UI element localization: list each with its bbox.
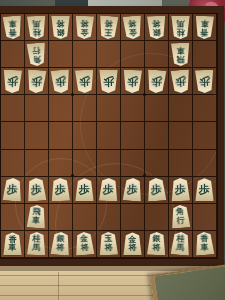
cell-r3c1[interactable]: 歩 [1,68,25,95]
photo-stage: 香車桂馬銀将金将王将金将銀将桂馬香車角行飛車歩歩歩歩歩歩歩歩歩歩歩歩歩歩歩歩歩歩… [0,0,225,300]
piece-kanji: 車 [32,217,41,226]
cell-r8c3[interactable] [49,204,73,231]
piece-kanji: 馬 [176,244,185,253]
cell-r4c4[interactable] [73,95,97,122]
piece-far-銀将[interactable]: 銀将 [147,15,167,39]
cell-r2c7[interactable] [145,41,169,68]
cell-r9c1[interactable]: 香車 [1,231,25,258]
piece-kanji: 歩 [31,184,43,196]
piece-kanji: 歩 [199,75,210,87]
cell-r6c2[interactable] [25,150,49,177]
cell-r7c2[interactable]: 歩 [25,177,49,204]
piece-far-歩[interactable]: 歩 [50,69,71,93]
shogi-board-surface: 香車桂馬銀将金将王将金将銀将桂馬香車角行飛車歩歩歩歩歩歩歩歩歩歩歩歩歩歩歩歩歩歩… [0,13,218,259]
piece-near-歩[interactable]: 歩 [75,178,94,201]
piece-kanji: 歩 [31,75,43,87]
cell-r5c3[interactable] [49,122,73,149]
cell-r6c8[interactable] [169,150,193,177]
cell-r6c1[interactable] [1,150,25,177]
piece-kanji: 金 [80,27,88,35]
piece-far-歩[interactable]: 歩 [99,70,118,93]
cell-r9c3[interactable]: 銀将 [49,231,73,258]
cell-r9c2[interactable]: 桂馬 [25,231,49,258]
piece-near-金将[interactable]: 金将 [74,232,95,256]
piece-kanji: 銀 [153,27,161,35]
piece-kanji: 将 [56,244,65,253]
piece-kanji: 歩 [79,184,90,195]
piece-far-王将[interactable]: 王将 [98,15,119,39]
piece-near-歩[interactable]: 歩 [51,178,71,202]
piece-kanji: 歩 [55,184,66,196]
piece-kanji: 将 [81,19,89,27]
piece-near-歩[interactable]: 歩 [99,178,119,202]
cell-r4c5[interactable] [97,95,121,122]
piece-near-角行[interactable]: 角行 [170,205,191,229]
cell-r6c4[interactable] [73,150,97,177]
cell-r8c4[interactable] [73,204,97,231]
piece-kanji: 車 [201,19,209,27]
cell-r6c3[interactable] [49,150,73,177]
cell-r6c6[interactable] [121,150,145,177]
cell-r7c9[interactable]: 歩 [193,177,217,204]
cell-r4c3[interactable] [49,95,73,122]
cell-r6c5[interactable] [97,150,121,177]
piece-kanji: 桂 [177,27,185,35]
piece-kanji: 歩 [127,184,139,196]
piece-far-歩[interactable]: 歩 [3,69,23,93]
piece-near-歩[interactable]: 歩 [2,178,23,202]
cell-r2c8[interactable]: 飛車 [169,41,193,68]
piece-far-桂馬[interactable]: 桂馬 [171,16,190,39]
piece-kanji: 香 [200,27,208,35]
piece-kanji: 歩 [55,75,67,87]
piece-far-飛車[interactable]: 飛車 [171,42,191,66]
piece-kanji: 歩 [151,75,163,87]
cell-r8c9[interactable] [193,204,217,231]
cell-r9c9[interactable]: 香車 [193,231,217,258]
piece-near-桂馬[interactable]: 桂馬 [27,232,47,256]
piece-kanji: 将 [128,19,137,28]
piece-kanji: 歩 [151,184,163,196]
piece-near-銀将[interactable]: 銀将 [147,232,167,256]
piece-kanji: 歩 [199,184,210,195]
piece-kanji: 歩 [103,184,114,196]
cell-r2c6[interactable] [121,41,145,68]
piece-far-歩[interactable]: 歩 [170,69,191,93]
cell-r7c4[interactable]: 歩 [73,177,97,204]
cell-r4c9[interactable] [193,95,217,122]
hoshi-dot [143,93,146,96]
cell-r8c7[interactable] [145,204,169,231]
cell-r5c5[interactable] [97,122,121,149]
cell-r7c8[interactable]: 歩 [169,177,193,204]
piece-near-香車[interactable]: 香車 [194,232,215,256]
cell-r8c5[interactable] [97,204,121,231]
cell-r8c6[interactable] [121,204,145,231]
piece-kanji: 車 [201,244,210,253]
cell-r9c7[interactable]: 銀将 [145,231,169,258]
cell-r5c6[interactable] [121,122,145,149]
cell-r8c1[interactable] [1,204,25,231]
piece-kanji: 行 [32,46,41,55]
cell-r5c7[interactable] [145,122,169,149]
cell-r2c3[interactable] [49,41,73,68]
piece-kanji: 歩 [175,75,187,87]
piece-near-玉将[interactable]: 玉将 [99,232,119,256]
cell-r5c1[interactable] [1,122,25,149]
cell-r5c2[interactable] [25,122,49,149]
cell-r7c6[interactable]: 歩 [121,177,145,204]
cell-r1c2[interactable]: 桂馬 [25,14,49,41]
piece-kanji: 将 [105,244,113,252]
cell-r6c9[interactable] [193,150,217,177]
piece-kanji: 歩 [79,75,90,87]
piece-kanji: 車 [8,19,17,28]
cell-r4c8[interactable] [169,95,193,122]
cell-r1c1[interactable]: 香車 [1,14,25,41]
cell-r2c1[interactable] [1,41,25,68]
cell-r3c2[interactable]: 歩 [25,68,49,95]
piece-far-香車[interactable]: 香車 [195,15,215,39]
piece-kanji: 馬 [177,19,185,27]
cell-r1c7[interactable]: 銀将 [145,14,169,41]
piece-kanji: 車 [176,46,184,54]
piece-near-銀将[interactable]: 銀将 [50,232,71,256]
hoshi-dot [71,93,74,96]
piece-near-歩[interactable]: 歩 [122,178,143,202]
piece-far-香車[interactable]: 香車 [2,15,23,39]
piece-kanji: 歩 [127,75,138,87]
cell-r4c7[interactable] [145,95,169,122]
piece-near-歩[interactable]: 歩 [146,178,167,202]
cell-r9c8[interactable]: 桂馬 [169,231,193,258]
piece-near-歩[interactable]: 歩 [195,178,214,201]
cell-r3c8[interactable]: 歩 [169,68,193,95]
piece-kanji: 馬 [32,19,40,27]
cell-r1c8[interactable]: 桂馬 [169,14,193,41]
cell-r1c9[interactable]: 香車 [193,14,217,41]
cell-r3c5[interactable]: 歩 [97,68,121,95]
piece-kanji: 将 [81,244,90,253]
cell-r7c5[interactable]: 歩 [97,177,121,204]
piece-kanji: 行 [177,217,186,226]
cell-r2c9[interactable] [193,41,217,68]
piece-far-歩[interactable]: 歩 [146,69,167,93]
piece-near-飛車[interactable]: 飛車 [26,205,47,229]
piece-kanji: 将 [129,244,137,252]
cell-r5c4[interactable] [73,122,97,149]
cell-r9c4[interactable]: 金将 [73,231,97,258]
piece-far-歩[interactable]: 歩 [75,69,95,93]
piece-far-銀将[interactable]: 銀将 [51,16,70,39]
piece-near-歩[interactable]: 歩 [171,178,191,202]
cell-r2c4[interactable] [73,41,97,68]
piece-kanji: 馬 [32,244,40,252]
cell-r3c9[interactable]: 歩 [193,68,217,95]
cell-r3c3[interactable]: 歩 [49,68,73,95]
cell-r1c4[interactable]: 金将 [73,14,97,41]
piece-kanji: 飛 [177,54,185,62]
cell-r5c8[interactable] [169,122,193,149]
board-grid: 香車桂馬銀将金将王将金将銀将桂馬香車角行飛車歩歩歩歩歩歩歩歩歩歩歩歩歩歩歩歩歩歩… [0,13,218,259]
piece-far-歩[interactable]: 歩 [195,69,215,93]
cell-r7c7[interactable]: 歩 [145,177,169,204]
piece-near-香車[interactable]: 香車 [3,232,22,255]
cell-r8c8[interactable]: 角行 [169,204,193,231]
piece-far-歩[interactable]: 歩 [26,69,47,93]
piece-near-桂馬[interactable]: 桂馬 [170,232,191,256]
piece-far-角行[interactable]: 角行 [26,42,47,66]
cell-r2c2[interactable]: 角行 [25,41,49,68]
cell-r2c5[interactable] [97,41,121,68]
piece-far-金将[interactable]: 金将 [75,15,95,39]
piece-kanji: 歩 [103,76,114,87]
piece-kanji: 将 [152,19,160,27]
cell-r7c3[interactable]: 歩 [49,177,73,204]
cell-r3c4[interactable]: 歩 [73,68,97,95]
cell-r3c6[interactable]: 歩 [121,68,145,95]
cell-r1c3[interactable]: 銀将 [49,14,73,41]
cell-r4c1[interactable] [1,95,25,122]
piece-far-歩[interactable]: 歩 [123,69,143,93]
cell-r1c5[interactable]: 王将 [97,14,121,41]
hoshi-dot [71,174,74,177]
piece-kanji: 歩 [7,184,19,196]
cell-r3c7[interactable]: 歩 [145,68,169,95]
piece-near-歩[interactable]: 歩 [26,178,47,202]
cell-r5c9[interactable] [193,122,217,149]
cell-r9c6[interactable]: 金将 [121,231,145,258]
piece-kanji: 桂 [33,27,41,35]
piece-far-金将[interactable]: 金将 [122,15,143,39]
cell-r4c2[interactable] [25,95,49,122]
piece-kanji: 歩 [175,184,186,196]
cell-r1c6[interactable]: 金将 [121,14,145,41]
piece-kanji: 将 [152,244,160,252]
piece-kanji: 将 [57,19,65,27]
piece-kanji: 車 [9,244,17,252]
cell-r8c2[interactable]: 飛車 [25,204,49,231]
cell-r7c1[interactable]: 歩 [1,177,25,204]
cell-r4c6[interactable] [121,95,145,122]
cell-r9c5[interactable]: 玉将 [97,231,121,258]
piece-kanji: 将 [105,19,114,28]
floor-plank-joint [58,272,59,300]
hoshi-dot [143,174,146,177]
piece-far-桂馬[interactable]: 桂馬 [27,15,47,39]
cell-r6c7[interactable] [145,150,169,177]
piece-kanji: 歩 [7,75,18,87]
piece-near-金将[interactable]: 金将 [123,232,142,255]
piece-kanji: 銀 [57,27,65,35]
